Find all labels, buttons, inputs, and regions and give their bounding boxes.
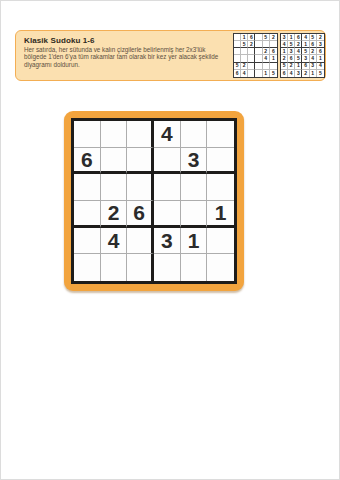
cell-r4c6: 1 bbox=[207, 201, 234, 228]
cell-r6c6: 5 bbox=[317, 70, 324, 77]
cell-r6c6[interactable] bbox=[207, 254, 234, 281]
cell-r5c4: 6 bbox=[302, 63, 309, 70]
cell-r2c6[interactable] bbox=[207, 148, 234, 175]
cell-r5c6: 4 bbox=[317, 63, 324, 70]
cell-r5c3: 1 bbox=[295, 63, 302, 70]
cell-r5c2: 2 bbox=[288, 63, 295, 70]
cell-r1c4 bbox=[255, 34, 262, 41]
cell-r2c5: 3 bbox=[181, 148, 208, 175]
cell-r1c5[interactable] bbox=[181, 121, 208, 148]
cell-r3c4[interactable] bbox=[154, 174, 181, 201]
cell-r2c2[interactable] bbox=[101, 148, 128, 175]
cell-r5c4 bbox=[255, 63, 262, 70]
example-solution-grid: 316452452163134526265341521634643215 bbox=[280, 33, 325, 78]
cell-r2c3: 2 bbox=[248, 41, 255, 48]
cell-r5c5: 3 bbox=[310, 63, 317, 70]
cell-r5c4: 3 bbox=[154, 228, 181, 255]
cell-r6c4: 2 bbox=[302, 70, 309, 77]
cell-r5c2: 2 bbox=[241, 63, 248, 70]
cell-r6c3[interactable] bbox=[127, 254, 154, 281]
cell-r1c1[interactable] bbox=[74, 121, 101, 148]
cell-r3c1 bbox=[234, 48, 241, 55]
instructions-panel: Klasik Sudoku 1-6 Her satırda, her sütun… bbox=[15, 30, 326, 81]
cell-r6c4[interactable] bbox=[154, 254, 181, 281]
puzzle-title: Klasik Sudoku 1-6 bbox=[24, 36, 95, 45]
cell-r5c1: 5 bbox=[281, 63, 288, 70]
cell-r4c2: 2 bbox=[101, 201, 128, 228]
cell-r5c3[interactable] bbox=[127, 228, 154, 255]
cell-r6c1: 6 bbox=[281, 70, 288, 77]
cell-r5c6 bbox=[270, 63, 277, 70]
cell-r4c5[interactable] bbox=[181, 201, 208, 228]
cell-r3c6[interactable] bbox=[207, 174, 234, 201]
cell-r6c5[interactable] bbox=[181, 254, 208, 281]
cell-r4c5: 4 bbox=[263, 55, 270, 62]
cell-r3c3 bbox=[248, 48, 255, 55]
cell-r3c3[interactable] bbox=[127, 174, 154, 201]
cell-r3c2[interactable] bbox=[101, 174, 128, 201]
cell-r6c5: 1 bbox=[310, 70, 317, 77]
sudoku-board-frame: 463261431 bbox=[64, 111, 244, 291]
cell-r6c2: 4 bbox=[241, 70, 248, 77]
cell-r6c2: 4 bbox=[288, 70, 295, 77]
cell-r1c2[interactable] bbox=[101, 121, 128, 148]
cell-r3c2 bbox=[241, 48, 248, 55]
cell-r4c3 bbox=[248, 55, 255, 62]
cell-r5c1: 5 bbox=[234, 63, 241, 70]
cell-r3c4 bbox=[255, 48, 262, 55]
cell-r6c3 bbox=[248, 70, 255, 77]
cell-r6c6: 5 bbox=[270, 70, 277, 77]
cell-r2c1: 6 bbox=[74, 148, 101, 175]
cell-r2c4 bbox=[255, 41, 262, 48]
cell-r1c4: 4 bbox=[154, 121, 181, 148]
cell-r5c5: 1 bbox=[181, 228, 208, 255]
cell-r6c4 bbox=[255, 70, 262, 77]
cell-r6c1[interactable] bbox=[74, 254, 101, 281]
cell-r5c5 bbox=[263, 63, 270, 70]
cell-r1c5: 5 bbox=[263, 34, 270, 41]
cell-r1c6: 2 bbox=[270, 34, 277, 41]
cell-r4c6: 1 bbox=[270, 55, 277, 62]
cell-r2c1 bbox=[234, 41, 241, 48]
cell-r4c1[interactable] bbox=[74, 201, 101, 228]
cell-r1c1 bbox=[234, 34, 241, 41]
cell-r1c3[interactable] bbox=[127, 121, 154, 148]
cell-r4c4 bbox=[255, 55, 262, 62]
cell-r6c5: 1 bbox=[263, 70, 270, 77]
cell-r6c2[interactable] bbox=[101, 254, 128, 281]
cell-r5c1[interactable] bbox=[74, 228, 101, 255]
cell-r4c3: 6 bbox=[127, 201, 154, 228]
cell-r2c2: 5 bbox=[241, 41, 248, 48]
sudoku-grid: 463261431 bbox=[71, 118, 237, 284]
example-puzzle-grid: 1652522641526415 bbox=[233, 33, 278, 78]
cell-r5c2: 4 bbox=[101, 228, 128, 255]
puzzle-instructions: Her satırda, her sütunda ve kalın çizgil… bbox=[24, 46, 224, 68]
cell-r3c1[interactable] bbox=[74, 174, 101, 201]
cell-r1c6[interactable] bbox=[207, 121, 234, 148]
cell-r4c4[interactable] bbox=[154, 201, 181, 228]
cell-r6c3: 3 bbox=[295, 70, 302, 77]
cell-r6c1: 6 bbox=[234, 70, 241, 77]
cell-r5c6[interactable] bbox=[207, 228, 234, 255]
cell-r2c4[interactable] bbox=[154, 148, 181, 175]
puzzle-page: Klasik Sudoku 1-6 Her satırda, her sütun… bbox=[0, 0, 340, 480]
cell-r5c3 bbox=[248, 63, 255, 70]
cell-r3c5[interactable] bbox=[181, 174, 208, 201]
cell-r2c3[interactable] bbox=[127, 148, 154, 175]
